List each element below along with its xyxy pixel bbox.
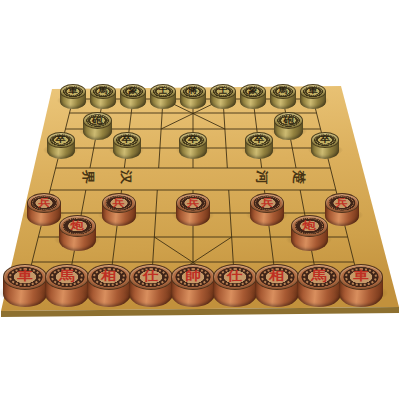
piece-top-face: 馬 xyxy=(270,84,296,99)
piece-red-f1-r7[interactable]: 炮 xyxy=(59,215,96,256)
piece-character: 將 xyxy=(188,87,197,95)
piece-character: 卒 xyxy=(122,135,132,143)
piece-character: 帥 xyxy=(185,270,201,283)
piece-character: 士 xyxy=(218,87,227,95)
piece-black-f7-r2[interactable]: 砲 xyxy=(274,112,303,144)
piece-top-face: 兵 xyxy=(250,193,284,213)
piece-top-face: 兵 xyxy=(325,193,359,213)
piece-red-f0-r9[interactable]: 車 xyxy=(3,264,47,312)
piece-character: 車 xyxy=(17,270,33,283)
piece-character: 卒 xyxy=(188,135,198,143)
piece-character: 兵 xyxy=(38,197,50,207)
piece-character: 仕 xyxy=(227,270,243,283)
piece-character: 卒 xyxy=(254,135,264,143)
piece-top-face: 將 xyxy=(180,84,206,99)
piece-black-f0-r0[interactable]: 車 xyxy=(60,84,86,113)
piece-top-face: 卒 xyxy=(113,132,141,148)
piece-black-f2-r3[interactable]: 卒 xyxy=(113,132,141,163)
piece-top-face: 仕 xyxy=(213,264,257,290)
piece-red-f3-r9[interactable]: 仕 xyxy=(129,264,173,312)
piece-red-f0-r6[interactable]: 兵 xyxy=(27,193,61,230)
piece-black-f5-r0[interactable]: 士 xyxy=(210,84,236,113)
piece-top-face: 仕 xyxy=(129,264,173,290)
piece-top-face: 象 xyxy=(120,84,146,99)
piece-black-f0-r3[interactable]: 卒 xyxy=(47,132,75,163)
piece-character: 兵 xyxy=(113,197,125,207)
piece-character: 車 xyxy=(68,87,77,95)
piece-top-face: 兵 xyxy=(27,193,61,213)
piece-character: 砲 xyxy=(283,116,293,124)
piece-character: 象 xyxy=(248,87,257,95)
piece-top-face: 士 xyxy=(210,84,236,99)
piece-black-f1-r2[interactable]: 砲 xyxy=(83,112,112,144)
piece-top-face: 炮 xyxy=(59,215,96,237)
piece-top-face: 馬 xyxy=(45,264,89,290)
piece-black-f4-r0[interactable]: 將 xyxy=(180,84,206,113)
piece-character: 馬 xyxy=(59,270,75,283)
piece-character: 士 xyxy=(158,87,167,95)
piece-red-f2-r9[interactable]: 相 xyxy=(87,264,131,312)
piece-red-f2-r6[interactable]: 兵 xyxy=(102,193,136,230)
piece-character: 卒 xyxy=(56,135,66,143)
piece-character: 象 xyxy=(128,87,137,95)
piece-character: 相 xyxy=(101,270,117,283)
piece-black-f8-r3[interactable]: 卒 xyxy=(311,132,339,163)
piece-character: 仕 xyxy=(143,270,159,283)
piece-red-f5-r9[interactable]: 仕 xyxy=(213,264,257,312)
piece-red-f8-r6[interactable]: 兵 xyxy=(325,193,359,230)
piece-character: 卒 xyxy=(320,135,330,143)
piece-black-f8-r0[interactable]: 車 xyxy=(300,84,326,113)
piece-top-face: 士 xyxy=(150,84,176,99)
piece-top-face: 相 xyxy=(87,264,131,290)
piece-red-f8-r9[interactable]: 車 xyxy=(339,264,383,312)
piece-character: 炮 xyxy=(70,220,83,231)
piece-black-f4-r3[interactable]: 卒 xyxy=(179,132,207,163)
piece-top-face: 象 xyxy=(240,84,266,99)
piece-red-f7-r7[interactable]: 炮 xyxy=(291,215,328,256)
piece-top-face: 車 xyxy=(339,264,383,290)
piece-character: 馬 xyxy=(98,87,107,95)
piece-black-f1-r0[interactable]: 馬 xyxy=(90,84,116,113)
piece-top-face: 卒 xyxy=(47,132,75,148)
piece-top-face: 馬 xyxy=(297,264,341,290)
piece-top-face: 馬 xyxy=(90,84,116,99)
piece-red-f1-r9[interactable]: 馬 xyxy=(45,264,89,312)
piece-top-face: 砲 xyxy=(83,112,112,129)
piece-top-face: 兵 xyxy=(102,193,136,213)
piece-top-face: 兵 xyxy=(176,193,210,213)
piece-top-face: 車 xyxy=(3,264,47,290)
piece-black-f6-r3[interactable]: 卒 xyxy=(245,132,273,163)
piece-red-f4-r6[interactable]: 兵 xyxy=(176,193,210,230)
piece-black-f6-r0[interactable]: 象 xyxy=(240,84,266,113)
piece-character: 車 xyxy=(308,87,317,95)
piece-character: 炮 xyxy=(302,220,315,231)
piece-character: 馬 xyxy=(311,270,327,283)
piece-character: 砲 xyxy=(92,116,102,124)
piece-top-face: 相 xyxy=(255,264,299,290)
piece-top-face: 車 xyxy=(300,84,326,99)
piece-top-face: 帥 xyxy=(171,264,215,290)
piece-black-f3-r0[interactable]: 士 xyxy=(150,84,176,113)
piece-top-face: 車 xyxy=(60,84,86,99)
piece-character: 相 xyxy=(269,270,285,283)
piece-top-face: 砲 xyxy=(274,112,303,129)
piece-character: 馬 xyxy=(278,87,287,95)
piece-character: 兵 xyxy=(261,197,273,207)
xiangqi-photo-stage: 車馬象士將士象馬車砲砲卒卒卒卒卒兵兵兵兵兵炮炮車馬相仕帥仕相馬車 汉界楚河 xyxy=(0,0,400,400)
piece-red-f7-r9[interactable]: 馬 xyxy=(297,264,341,312)
piece-character: 兵 xyxy=(187,197,199,207)
piece-top-face: 卒 xyxy=(245,132,273,148)
piece-character: 兵 xyxy=(336,197,348,207)
piece-black-f7-r0[interactable]: 馬 xyxy=(270,84,296,113)
piece-character: 車 xyxy=(353,270,369,283)
piece-red-f6-r9[interactable]: 相 xyxy=(255,264,299,312)
piece-red-f6-r6[interactable]: 兵 xyxy=(250,193,284,230)
piece-black-f2-r0[interactable]: 象 xyxy=(120,84,146,113)
piece-top-face: 卒 xyxy=(311,132,339,148)
piece-top-face: 炮 xyxy=(291,215,328,237)
piece-red-f4-r9[interactable]: 帥 xyxy=(171,264,215,312)
piece-top-face: 卒 xyxy=(179,132,207,148)
